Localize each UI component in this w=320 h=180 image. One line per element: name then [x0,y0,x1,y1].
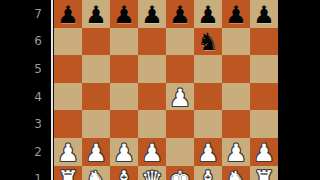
square-e3[interactable] [166,110,194,138]
white-king[interactable]: ♚ [169,168,191,180]
square-g3[interactable] [222,110,250,138]
square-g1[interactable]: ♞ [222,166,250,180]
white-bishop[interactable]: ♝ [197,168,219,180]
square-e1[interactable]: ♚ [166,166,194,180]
black-pawn[interactable]: ♟ [169,3,191,27]
rank-label-1: 1 [0,166,48,180]
square-h6[interactable] [250,28,278,56]
white-pawn[interactable]: ♟ [85,141,107,165]
square-c2[interactable]: ♟ [110,138,138,166]
square-b6[interactable] [82,28,110,56]
rank-label-4: 4 [0,83,48,111]
chess-board: ♟♟♟♟♟♟♟♟♞♟♟♟♟♟♟♟♟♜♞♝♛♚♝♞♜ [54,0,278,180]
black-pawn[interactable]: ♟ [253,3,275,27]
square-b2[interactable]: ♟ [82,138,110,166]
square-c5[interactable] [110,55,138,83]
square-g7[interactable]: ♟ [222,0,250,28]
square-h4[interactable] [250,83,278,111]
square-f6[interactable]: ♞ [194,28,222,56]
square-f3[interactable] [194,110,222,138]
black-pawn[interactable]: ♟ [197,3,219,27]
rank-label-3: 3 [0,110,48,138]
square-h7[interactable]: ♟ [250,0,278,28]
white-queen[interactable]: ♛ [141,168,163,180]
white-pawn[interactable]: ♟ [197,141,219,165]
rank-label-7: 7 [0,0,48,28]
square-b7[interactable]: ♟ [82,0,110,28]
square-f5[interactable] [194,55,222,83]
square-f2[interactable]: ♟ [194,138,222,166]
white-knight[interactable]: ♞ [225,168,247,180]
white-bishop[interactable]: ♝ [113,168,135,180]
square-e7[interactable]: ♟ [166,0,194,28]
black-pawn[interactable]: ♟ [225,3,247,27]
white-pawn[interactable]: ♟ [141,141,163,165]
square-a2[interactable]: ♟ [54,138,82,166]
white-pawn[interactable]: ♟ [225,141,247,165]
square-d1[interactable]: ♛ [138,166,166,180]
black-pawn[interactable]: ♟ [57,3,79,27]
square-a3[interactable] [54,110,82,138]
square-b5[interactable] [82,55,110,83]
square-d7[interactable]: ♟ [138,0,166,28]
square-d2[interactable]: ♟ [138,138,166,166]
black-pawn[interactable]: ♟ [141,3,163,27]
black-knight[interactable]: ♞ [197,30,219,54]
square-e6[interactable] [166,28,194,56]
square-d3[interactable] [138,110,166,138]
rank-labels: 7 6 5 4 3 2 1 [0,0,48,180]
white-pawn[interactable]: ♟ [113,141,135,165]
square-g4[interactable] [222,83,250,111]
square-h5[interactable] [250,55,278,83]
square-g2[interactable]: ♟ [222,138,250,166]
square-c4[interactable] [110,83,138,111]
square-e2[interactable] [166,138,194,166]
chess-app-window: 7 6 5 4 3 2 1 ♟♟♟♟♟♟♟♟♞♟♟♟♟♟♟♟♟♜♞♝♛♚♝♞♜ [0,0,320,180]
square-d6[interactable] [138,28,166,56]
square-d5[interactable] [138,55,166,83]
rank-label-2: 2 [0,138,48,166]
square-b1[interactable]: ♞ [82,166,110,180]
square-a7[interactable]: ♟ [54,0,82,28]
square-a1[interactable]: ♜ [54,166,82,180]
square-b4[interactable] [82,83,110,111]
square-f7[interactable]: ♟ [194,0,222,28]
square-c6[interactable] [110,28,138,56]
square-g5[interactable] [222,55,250,83]
square-h3[interactable] [250,110,278,138]
black-pawn[interactable]: ♟ [85,3,107,27]
white-rook[interactable]: ♜ [57,168,79,180]
rank-label-6: 6 [0,28,48,56]
square-f1[interactable]: ♝ [194,166,222,180]
square-a6[interactable] [54,28,82,56]
white-pawn[interactable]: ♟ [57,141,79,165]
square-d4[interactable] [138,83,166,111]
black-pawn[interactable]: ♟ [113,3,135,27]
square-g6[interactable] [222,28,250,56]
white-rook[interactable]: ♜ [253,168,275,180]
rank-label-5: 5 [0,55,48,83]
square-b3[interactable] [82,110,110,138]
square-e4[interactable]: ♟ [166,83,194,111]
square-h1[interactable]: ♜ [250,166,278,180]
square-e5[interactable] [166,55,194,83]
white-knight[interactable]: ♞ [85,168,107,180]
square-c7[interactable]: ♟ [110,0,138,28]
white-pawn[interactable]: ♟ [253,141,275,165]
square-c3[interactable] [110,110,138,138]
square-a5[interactable] [54,55,82,83]
white-pawn[interactable]: ♟ [169,86,191,110]
square-a4[interactable] [54,83,82,111]
square-f4[interactable] [194,83,222,111]
square-h2[interactable]: ♟ [250,138,278,166]
square-c1[interactable]: ♝ [110,166,138,180]
